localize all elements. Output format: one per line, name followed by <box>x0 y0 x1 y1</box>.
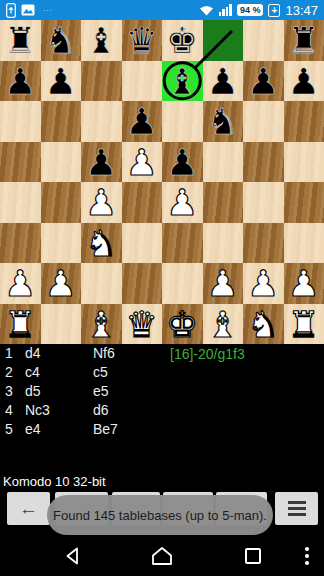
move-row-4: 4Nc3d6 <box>0 401 324 420</box>
square-f4[interactable] <box>203 182 244 223</box>
square-g2[interactable]: ♟ <box>243 263 284 304</box>
square-f5[interactable] <box>203 142 244 183</box>
square-f3[interactable] <box>203 223 244 264</box>
square-b3[interactable] <box>41 223 82 264</box>
square-b2[interactable]: ♟ <box>41 263 82 304</box>
square-h4[interactable] <box>284 182 324 223</box>
square-h1[interactable]: ♜ <box>284 304 324 345</box>
white-pawn-a2: ♟ <box>0 263 41 304</box>
black-rook-h8: ♜ <box>284 20 324 61</box>
square-h2[interactable]: ♟ <box>284 263 324 304</box>
nav-recents-icon[interactable] <box>245 548 261 564</box>
square-b8[interactable]: ♞ <box>41 20 82 61</box>
black-bishop-e7: ♝ <box>162 61 203 102</box>
wifi-icon <box>199 4 214 16</box>
square-d8[interactable]: ♛ <box>122 20 163 61</box>
square-g8[interactable] <box>243 20 284 61</box>
nav-more-icon[interactable] <box>305 547 309 565</box>
square-c7[interactable] <box>81 61 122 102</box>
black-pawn-b7: ♟ <box>41 61 82 102</box>
square-c2[interactable] <box>81 263 122 304</box>
move-number: 1 <box>0 344 25 363</box>
black-move: c5 <box>93 363 324 382</box>
move-number: 3 <box>0 382 25 401</box>
square-e6[interactable] <box>162 101 203 142</box>
black-rook-a8: ♜ <box>0 20 41 61</box>
square-e1[interactable]: ♚ <box>162 304 203 345</box>
square-b1[interactable] <box>41 304 82 345</box>
square-g5[interactable] <box>243 142 284 183</box>
black-pawn-f7: ♟ <box>203 61 244 102</box>
move-row-3: 3d5e5 <box>0 382 324 401</box>
black-queen-d8: ♛ <box>122 20 163 61</box>
black-move: Be7 <box>93 420 324 439</box>
square-g1[interactable]: ♞ <box>243 304 284 345</box>
square-e7[interactable]: ♝ <box>162 61 203 102</box>
white-pawn-d5: ♟ <box>122 142 163 183</box>
move-number: 5 <box>0 420 25 439</box>
square-e3[interactable] <box>162 223 203 264</box>
square-f6[interactable]: ♞ <box>203 101 244 142</box>
black-pawn-e5: ♟ <box>162 142 203 183</box>
white-rook-a1: ♜ <box>0 304 41 345</box>
hamburger-icon <box>288 501 306 504</box>
white-bishop-c1: ♝ <box>81 304 122 345</box>
engine-name: Komodo 10 32-bit <box>3 474 106 489</box>
square-e8[interactable]: ♚ <box>162 20 203 61</box>
white-move: d4 <box>25 344 93 363</box>
white-pawn-e4: ♟ <box>162 182 203 223</box>
square-e5[interactable]: ♟ <box>162 142 203 183</box>
app-toolbar: ← Found 145 tablebases (up to 5-man). <box>0 490 324 536</box>
black-pawn-h7: ♟ <box>284 61 324 102</box>
android-nav-bar <box>0 536 324 576</box>
black-move: d6 <box>93 401 324 420</box>
white-move: c4 <box>25 363 93 382</box>
white-move: e4 <box>25 420 93 439</box>
black-move: e5 <box>93 382 324 401</box>
square-a5[interactable] <box>0 142 41 183</box>
square-f2[interactable]: ♟ <box>203 263 244 304</box>
move-row-5: 5e4Be7 <box>0 420 324 439</box>
back-arrow-icon: ← <box>19 498 38 520</box>
square-c3[interactable]: ♞ <box>81 223 122 264</box>
square-h3[interactable] <box>284 223 324 264</box>
move-list-panel: 1d4Nf62c4c53d5e54Nc3d65e4Be7 [16]-20/g1f… <box>0 344 324 490</box>
square-f8[interactable] <box>203 20 244 61</box>
battery-level: 94 % <box>237 4 264 16</box>
square-d3[interactable] <box>122 223 163 264</box>
usb-connect-icon <box>6 3 16 18</box>
square-c5[interactable]: ♟ <box>81 142 122 183</box>
square-b4[interactable] <box>41 182 82 223</box>
status-overflow-text: ··· <box>43 7 53 14</box>
square-a8[interactable]: ♜ <box>0 20 41 61</box>
square-c6[interactable] <box>81 101 122 142</box>
square-e2[interactable] <box>162 263 203 304</box>
black-knight-b8: ♞ <box>41 20 82 61</box>
move-number: 2 <box>0 363 25 382</box>
white-move: d5 <box>25 382 93 401</box>
move-row-1: 1d4Nf6 <box>0 344 324 363</box>
white-bishop-f1: ♝ <box>203 304 244 345</box>
square-h7[interactable]: ♟ <box>284 61 324 102</box>
black-pawn-d6: ♟ <box>122 101 163 142</box>
move-row-2: 2c4c5 <box>0 363 324 382</box>
black-pawn-c5: ♟ <box>81 142 122 183</box>
square-a7[interactable]: ♟ <box>0 61 41 102</box>
battery-charging-icon: + <box>268 4 280 17</box>
undo-move-button[interactable]: ← <box>7 492 50 525</box>
black-bishop-c8: ♝ <box>81 20 122 61</box>
toast-text: Found 145 tablebases (up to 5-man). <box>53 508 267 523</box>
white-knight-c3: ♞ <box>81 223 122 264</box>
square-d4[interactable] <box>122 182 163 223</box>
menu-button[interactable] <box>275 492 318 525</box>
chess-board: ♜♞♝♛♚♜♟♟♝♟♟♟♟♞♟♟♟♟♟♞♟♟♟♟♟♜♝♛♚♝♞♜ <box>0 20 324 344</box>
square-a4[interactable] <box>0 182 41 223</box>
square-a6[interactable] <box>0 101 41 142</box>
clock: 13:47 <box>285 3 318 18</box>
square-g7[interactable]: ♟ <box>243 61 284 102</box>
square-h8[interactable]: ♜ <box>284 20 324 61</box>
square-f1[interactable]: ♝ <box>203 304 244 345</box>
black-king-e8: ♚ <box>162 20 203 61</box>
black-pawn-g7: ♟ <box>243 61 284 102</box>
status-left: ··· <box>6 3 53 18</box>
toast-notification: Found 145 tablebases (up to 5-man). <box>47 495 273 535</box>
white-pawn-f2: ♟ <box>203 263 244 304</box>
square-b7[interactable]: ♟ <box>41 61 82 102</box>
square-d6[interactable]: ♟ <box>122 101 163 142</box>
square-a2[interactable]: ♟ <box>0 263 41 304</box>
square-a3[interactable] <box>0 223 41 264</box>
square-b6[interactable] <box>41 101 82 142</box>
square-g4[interactable] <box>243 182 284 223</box>
white-knight-g1: ♞ <box>243 304 284 345</box>
move-rows: 1d4Nf62c4c53d5e54Nc3d65e4Be7 <box>0 344 324 439</box>
square-g3[interactable] <box>243 223 284 264</box>
black-pawn-a7: ♟ <box>0 61 41 102</box>
engine-analysis-line: [16]-20/g1f3 <box>170 345 245 364</box>
screenshot-icon <box>21 4 35 16</box>
nav-back-icon[interactable] <box>63 546 83 566</box>
white-rook-h1: ♜ <box>284 304 324 345</box>
square-c4[interactable]: ♟ <box>81 182 122 223</box>
square-b5[interactable] <box>41 142 82 183</box>
square-d7[interactable] <box>122 61 163 102</box>
white-pawn-h2: ♟ <box>284 263 324 304</box>
white-queen-d1: ♛ <box>122 304 163 345</box>
white-pawn-c4: ♟ <box>81 182 122 223</box>
square-c1[interactable]: ♝ <box>81 304 122 345</box>
status-bar: ··· 94 % + 13:47 <box>0 0 324 20</box>
square-h6[interactable] <box>284 101 324 142</box>
nav-home-icon[interactable] <box>151 546 173 566</box>
square-d2[interactable] <box>122 263 163 304</box>
square-a1[interactable]: ♜ <box>0 304 41 345</box>
move-number: 4 <box>0 401 25 420</box>
signal-icon <box>219 4 232 16</box>
white-king-e1: ♚ <box>162 304 203 345</box>
square-d5[interactable]: ♟ <box>122 142 163 183</box>
square-d1[interactable]: ♛ <box>122 304 163 345</box>
status-right: 94 % + 13:47 <box>199 3 318 18</box>
square-g6[interactable] <box>243 101 284 142</box>
square-f7[interactable]: ♟ <box>203 61 244 102</box>
white-pawn-b2: ♟ <box>41 263 82 304</box>
white-pawn-g2: ♟ <box>243 263 284 304</box>
square-c8[interactable]: ♝ <box>81 20 122 61</box>
square-h5[interactable] <box>284 142 324 183</box>
square-e4[interactable]: ♟ <box>162 182 203 223</box>
phone-screen: ··· 94 % + 13:47 ♜♞♝♛♚♜♟♟♝♟♟♟♟♞♟♟♟♟♟♞♟♟♟… <box>0 0 324 576</box>
white-move: Nc3 <box>25 401 93 420</box>
black-knight-f6: ♞ <box>203 101 244 142</box>
